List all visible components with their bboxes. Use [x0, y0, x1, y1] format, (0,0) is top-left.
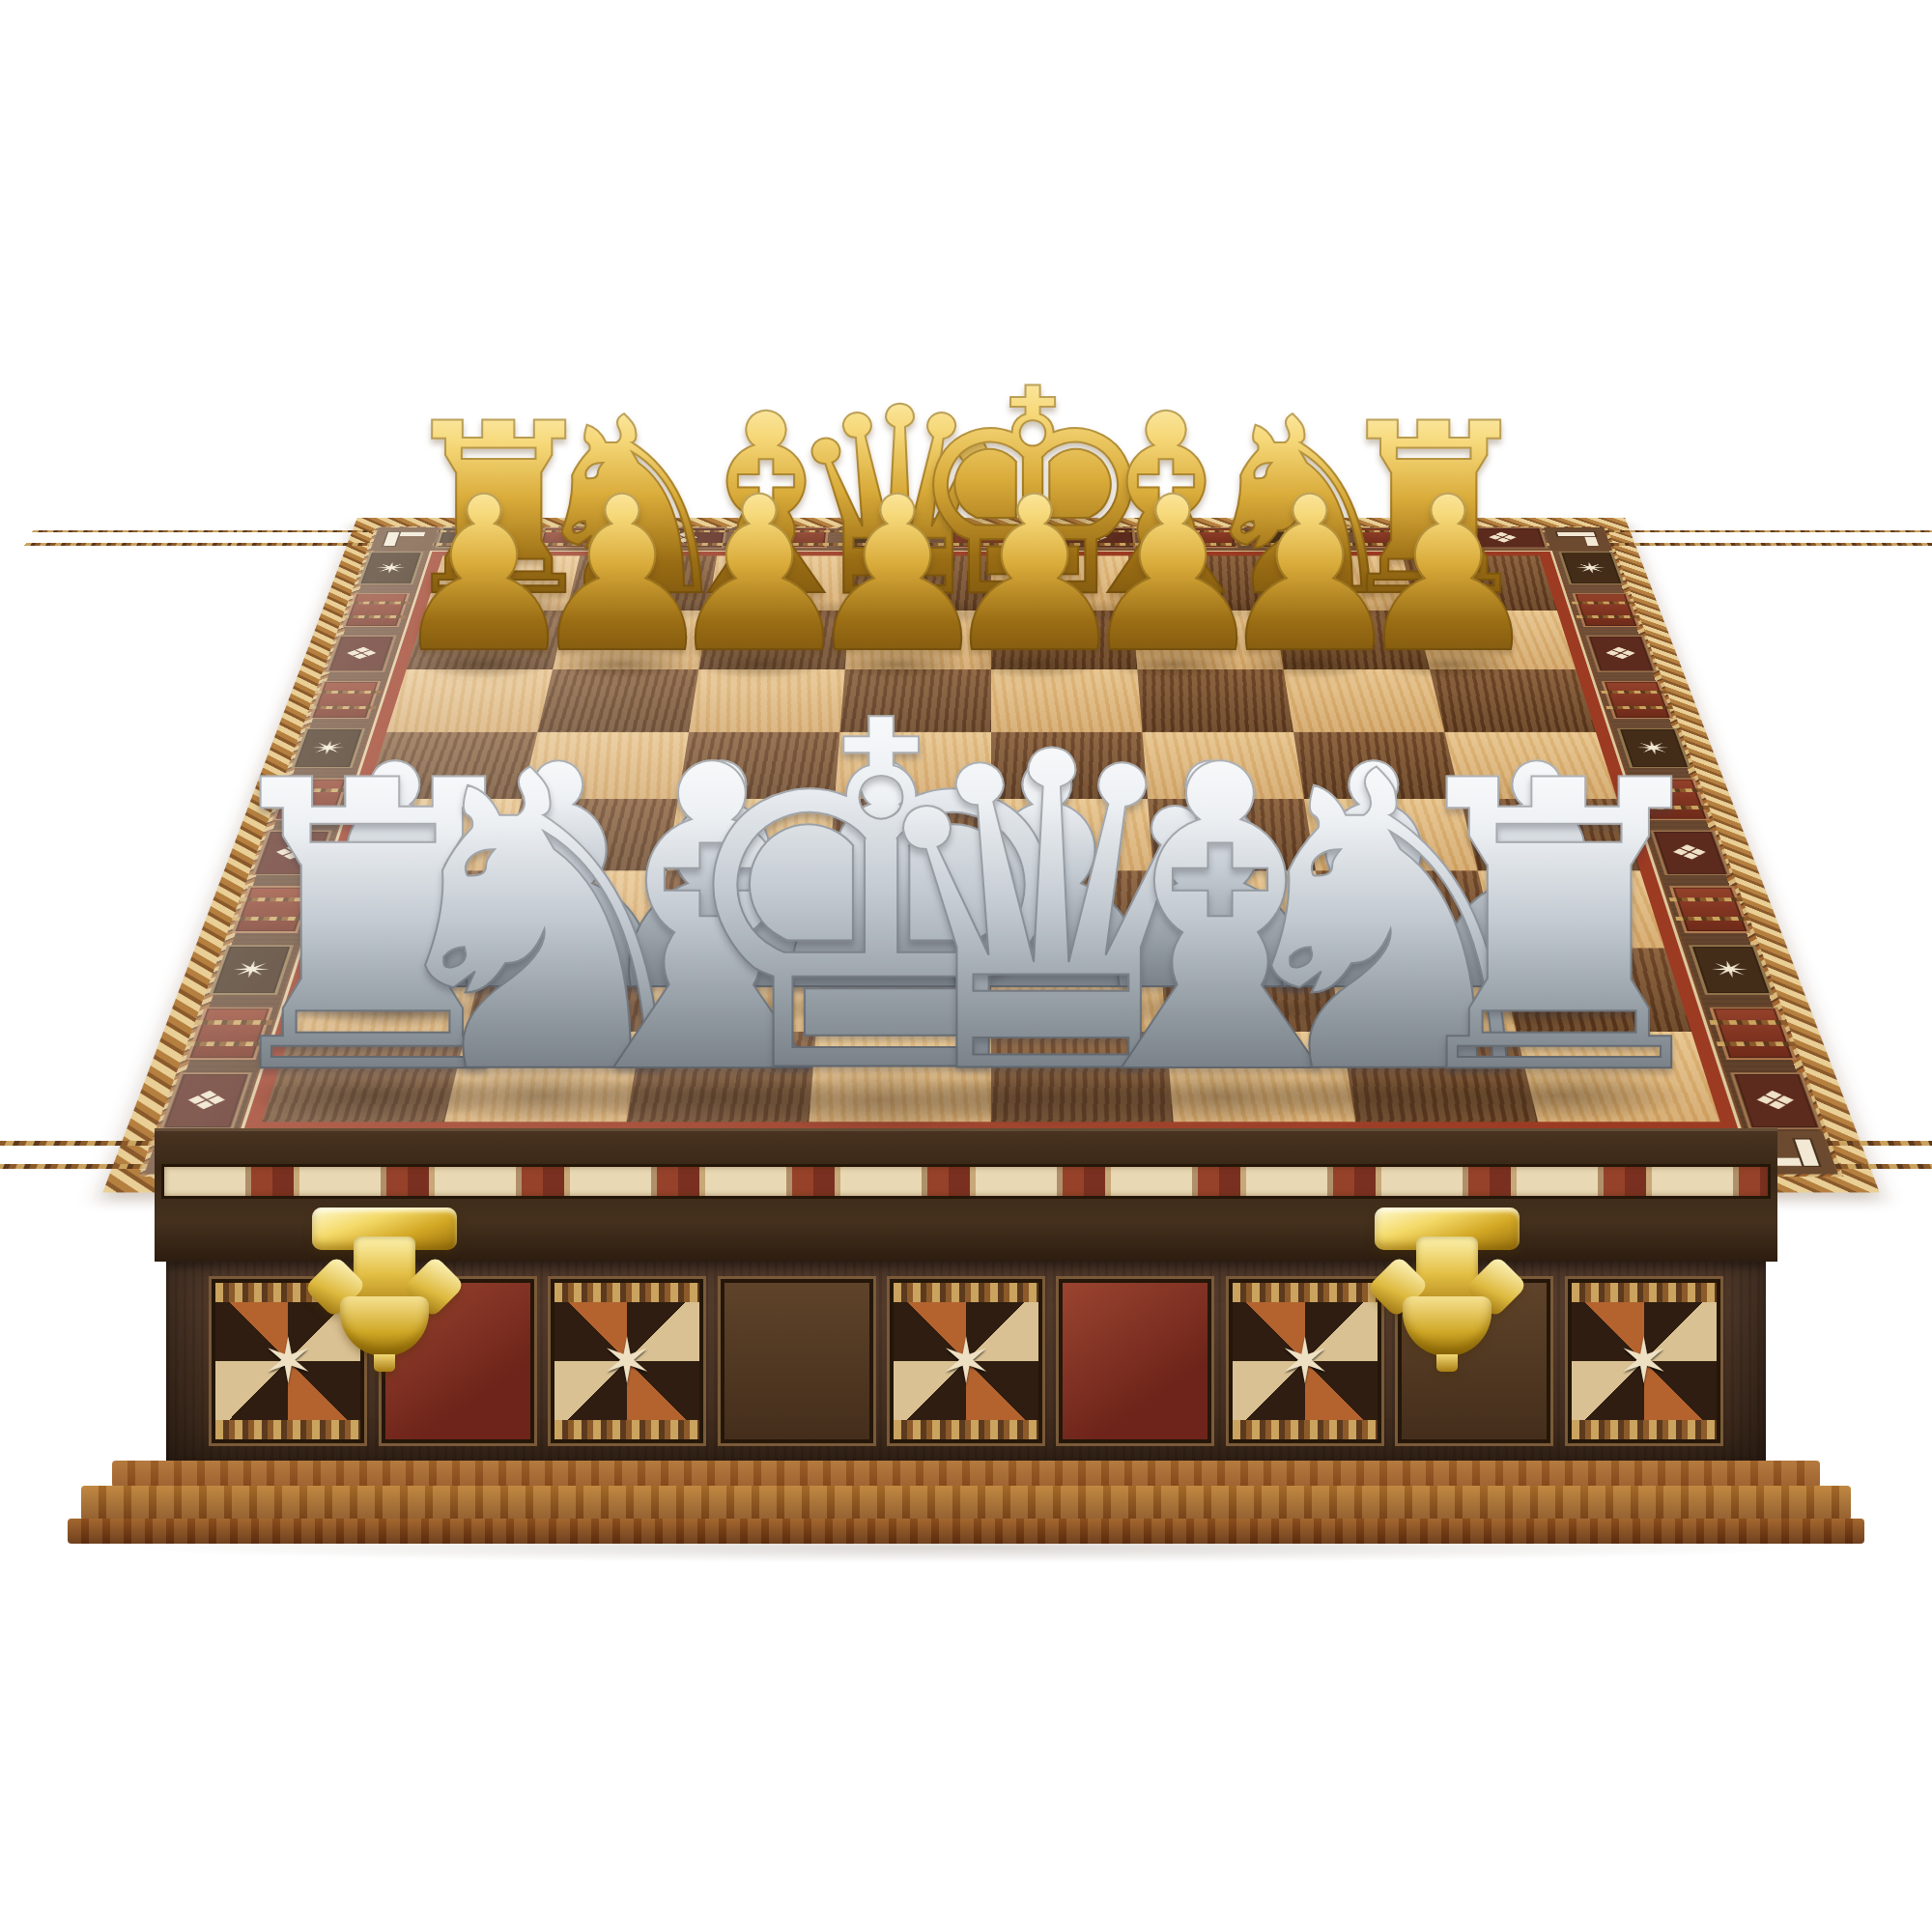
border-motif-star-icon: ✴	[1689, 945, 1773, 994]
square-d1	[809, 1032, 991, 1122]
square-h4	[1461, 799, 1640, 870]
square-c5	[678, 732, 840, 799]
mosaic-border-top: ✴❖✴❖✴❖	[435, 526, 1548, 550]
square-e4	[991, 799, 1153, 870]
square-a3	[318, 870, 504, 948]
square-c6	[689, 669, 845, 732]
square-f7	[1132, 611, 1283, 669]
square-g2	[1328, 948, 1517, 1031]
square-g1	[1341, 1032, 1538, 1122]
square-c3	[654, 870, 829, 948]
border-motif-bar-icon	[1602, 681, 1673, 719]
square-h7	[1415, 611, 1576, 669]
square-h2	[1496, 948, 1691, 1031]
border-motif-star-icon: ✴	[357, 552, 423, 584]
border-motif-star-icon: ✴	[1617, 728, 1691, 768]
base-molding-bottom	[68, 1519, 1864, 1544]
border-motif-bar-icon	[342, 593, 410, 627]
square-d8	[850, 555, 991, 611]
square-e8	[991, 555, 1132, 611]
square-b3	[486, 870, 667, 948]
box-panel-red	[1059, 1279, 1211, 1443]
border-motif-star-icon: ✴	[1558, 552, 1624, 584]
square-f1	[1166, 1032, 1355, 1122]
square-b6	[538, 669, 699, 732]
square-g6	[1284, 669, 1445, 732]
square-h3	[1478, 870, 1664, 948]
square-d5	[835, 732, 991, 799]
border-motif-diamond-icon: ❖	[1730, 1072, 1823, 1129]
box-panel-mosaic: ✶	[551, 1279, 703, 1443]
square-f3	[1153, 870, 1328, 948]
box-panel-dark	[721, 1279, 873, 1443]
square-f4	[1148, 799, 1316, 870]
square-g8	[1265, 555, 1416, 611]
square-b7	[553, 611, 708, 669]
gold-clasp	[312, 1204, 457, 1376]
square-f6	[1137, 669, 1293, 732]
border-motif-diamond-icon: ❖	[159, 1072, 252, 1129]
square-a8	[425, 555, 580, 611]
greek-key-corner-icon	[370, 527, 439, 551]
square-e2	[991, 948, 1166, 1031]
square-d3	[823, 870, 991, 948]
playing-field	[243, 552, 1738, 1130]
square-f8	[1128, 555, 1274, 611]
square-a5	[365, 732, 538, 799]
border-motif-bar-icon	[185, 1007, 273, 1059]
border-motif-bar-icon	[1357, 527, 1444, 548]
square-c7	[698, 611, 849, 669]
square-b2	[466, 948, 654, 1031]
square-h8	[1403, 555, 1557, 611]
square-c2	[641, 948, 823, 1031]
square-b4	[504, 799, 678, 870]
square-e1	[991, 1032, 1174, 1122]
square-g7	[1274, 611, 1430, 669]
square-g5	[1293, 732, 1461, 799]
border-motif-diamond-icon: ❖	[1585, 636, 1657, 672]
square-e7	[991, 611, 1137, 669]
border-motif-star-icon: ✴	[210, 945, 294, 994]
square-e3	[991, 870, 1159, 948]
border-motif-bar-icon	[1709, 1007, 1797, 1059]
square-c4	[667, 799, 835, 870]
square-a2	[291, 948, 486, 1031]
border-motif-diamond-icon: ❖	[1650, 830, 1730, 875]
square-c8	[708, 555, 854, 611]
square-g3	[1316, 870, 1496, 948]
box-panel-mosaic: ✶	[1568, 1279, 1720, 1443]
square-a4	[342, 799, 522, 870]
product-photo-stage: ✴❖✴❖✴❖ ✴❖✴❖✴❖ ✴❖✴❖✴❖ ✴❖✴❖✴❖ ✶✶✶✶✶ ♜♞♝♛♚♝…	[0, 0, 1932, 1932]
border-motif-diamond-icon: ❖	[326, 636, 397, 672]
square-d6	[840, 669, 991, 732]
border-motif-star-icon: ✴	[292, 728, 366, 768]
box-panel-mosaic: ✶	[1229, 1279, 1381, 1443]
chess-board: ✴❖✴❖✴❖ ✴❖✴❖✴❖ ✴❖✴❖✴❖ ✴❖✴❖✴❖	[102, 518, 1879, 1192]
square-h1	[1517, 1032, 1720, 1122]
greek-key-corner-icon	[1544, 527, 1612, 551]
square-f5	[1142, 732, 1304, 799]
square-a7	[407, 611, 567, 669]
square-f2	[1159, 948, 1341, 1031]
square-e5	[991, 732, 1148, 799]
border-motif-diamond-icon: ❖	[252, 830, 332, 875]
square-a1	[262, 1032, 466, 1122]
border-motif-diamond-icon: ❖	[1458, 527, 1548, 549]
square-e6	[991, 669, 1142, 732]
base-molding-middle	[81, 1486, 1851, 1520]
square-b5	[522, 732, 689, 799]
border-motif-bar-icon	[1634, 778, 1710, 819]
square-g4	[1304, 799, 1478, 870]
square-d2	[816, 948, 991, 1031]
border-motif-bar-icon	[272, 778, 349, 819]
square-a6	[386, 669, 553, 732]
square-d7	[845, 611, 991, 669]
gold-clasp	[1375, 1204, 1520, 1376]
border-motif-bar-icon	[309, 681, 381, 719]
lid-inlay-band	[164, 1167, 1768, 1196]
border-motif-bar-icon	[1669, 886, 1750, 932]
square-h6	[1430, 669, 1596, 732]
border-motif-bar-icon	[1572, 593, 1639, 627]
square-b8	[567, 555, 718, 611]
border-motif-bar-icon	[232, 886, 313, 932]
square-d4	[829, 799, 991, 870]
square-c1	[627, 1032, 816, 1122]
base-molding-top	[112, 1461, 1820, 1488]
square-h5	[1444, 732, 1617, 799]
square-b1	[444, 1032, 641, 1122]
box-panel-mosaic: ✶	[890, 1279, 1042, 1443]
